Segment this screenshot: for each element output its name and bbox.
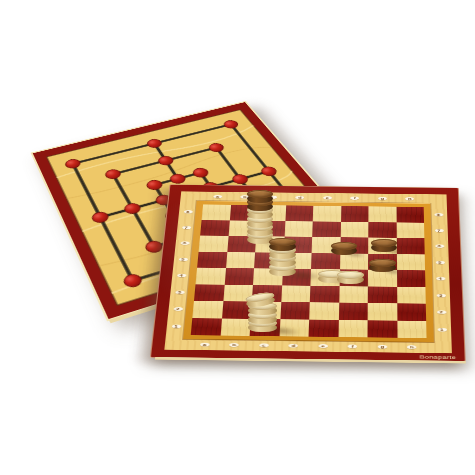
checker-dark[interactable] bbox=[269, 238, 296, 252]
disc-top bbox=[247, 190, 273, 198]
checker-light[interactable] bbox=[337, 271, 364, 285]
checker-dark[interactable] bbox=[331, 242, 357, 256]
product-photo-stage: abcdefgh abcdefgh 87654321 87654321 Bona… bbox=[0, 0, 475, 475]
checker-dark[interactable] bbox=[371, 239, 397, 253]
disc-top bbox=[269, 238, 296, 246]
disc-top bbox=[371, 239, 397, 247]
disc-top bbox=[331, 242, 357, 250]
checker-dark[interactable] bbox=[247, 190, 273, 204]
checker-dark[interactable] bbox=[369, 259, 396, 273]
pieces-layer bbox=[0, 0, 475, 475]
